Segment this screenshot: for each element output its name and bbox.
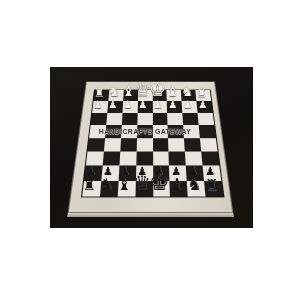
board-square — [187, 181, 206, 197]
board-square — [182, 101, 198, 113]
board-square — [181, 90, 196, 101]
board-square — [119, 151, 136, 165]
board-square — [152, 113, 167, 125]
board-square — [153, 181, 171, 197]
board-square — [168, 138, 185, 152]
board-square — [186, 166, 204, 181]
board-square — [169, 166, 187, 181]
board-square — [84, 166, 102, 181]
board-square — [82, 181, 101, 197]
board-square — [137, 101, 152, 113]
board-square — [203, 166, 222, 181]
board-square — [136, 166, 153, 181]
board-square — [170, 181, 188, 197]
board-square — [88, 138, 105, 152]
board-square — [137, 113, 152, 125]
board-square — [86, 151, 104, 165]
board-square — [123, 90, 138, 101]
board-square — [122, 101, 137, 113]
board-square — [103, 151, 121, 165]
board-square — [136, 138, 152, 152]
board-square — [136, 151, 153, 165]
board-square — [92, 101, 108, 113]
board-square — [91, 113, 108, 125]
board-square — [169, 151, 186, 165]
board-square — [104, 138, 121, 152]
board-square — [201, 151, 219, 165]
board-square — [135, 181, 153, 197]
board-square — [93, 90, 109, 101]
watermark-text: HANDICRAFTS GATEWAY — [99, 128, 191, 135]
board-square — [199, 125, 216, 138]
board-square — [118, 166, 136, 181]
product-photo: ♜♞♝♛♚♝♞♜♟♟♟♟♟♟♟♟♟♟♟♟♟♟♟♟♜♞♝♛♚♝♞♜ HANDICR… — [50, 67, 253, 228]
board-square — [101, 166, 119, 181]
board-square — [198, 113, 215, 125]
board-square — [107, 101, 123, 113]
marble-frame — [68, 81, 234, 213]
board-front-edge — [67, 213, 234, 218]
board-grid — [81, 90, 225, 198]
board-square — [167, 90, 182, 101]
board-square — [153, 166, 170, 181]
board-square — [167, 113, 183, 125]
board-square — [152, 101, 167, 113]
board-square — [167, 101, 182, 113]
board-square — [122, 113, 138, 125]
board-square — [100, 181, 119, 197]
board-square — [204, 181, 223, 197]
chess-board — [68, 81, 234, 213]
board-square — [200, 138, 218, 152]
board-square — [197, 101, 213, 113]
board-square — [138, 90, 153, 101]
board-square — [152, 90, 167, 101]
board-square — [120, 138, 137, 152]
board-square — [184, 138, 201, 152]
board-square — [152, 138, 168, 152]
board-square — [108, 90, 123, 101]
board-square — [195, 90, 211, 101]
board-square — [117, 181, 135, 197]
board-square — [106, 113, 122, 125]
board-square — [183, 113, 199, 125]
page: { "page": { "background_color": "#ffffff… — [0, 0, 300, 300]
board-square — [185, 151, 203, 165]
board-square — [153, 151, 170, 165]
